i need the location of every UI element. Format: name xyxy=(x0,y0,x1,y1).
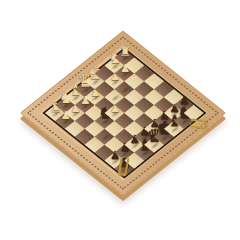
product-photo-chess-set: ♜♞♝♛♚♞♜♟♟♟♟♟♟♟♝♞♟♜♟♟♟♟♟♟♟♟♜♝♛♚♝♞ xyxy=(0,0,240,240)
white-rook: ♜ xyxy=(119,45,131,58)
